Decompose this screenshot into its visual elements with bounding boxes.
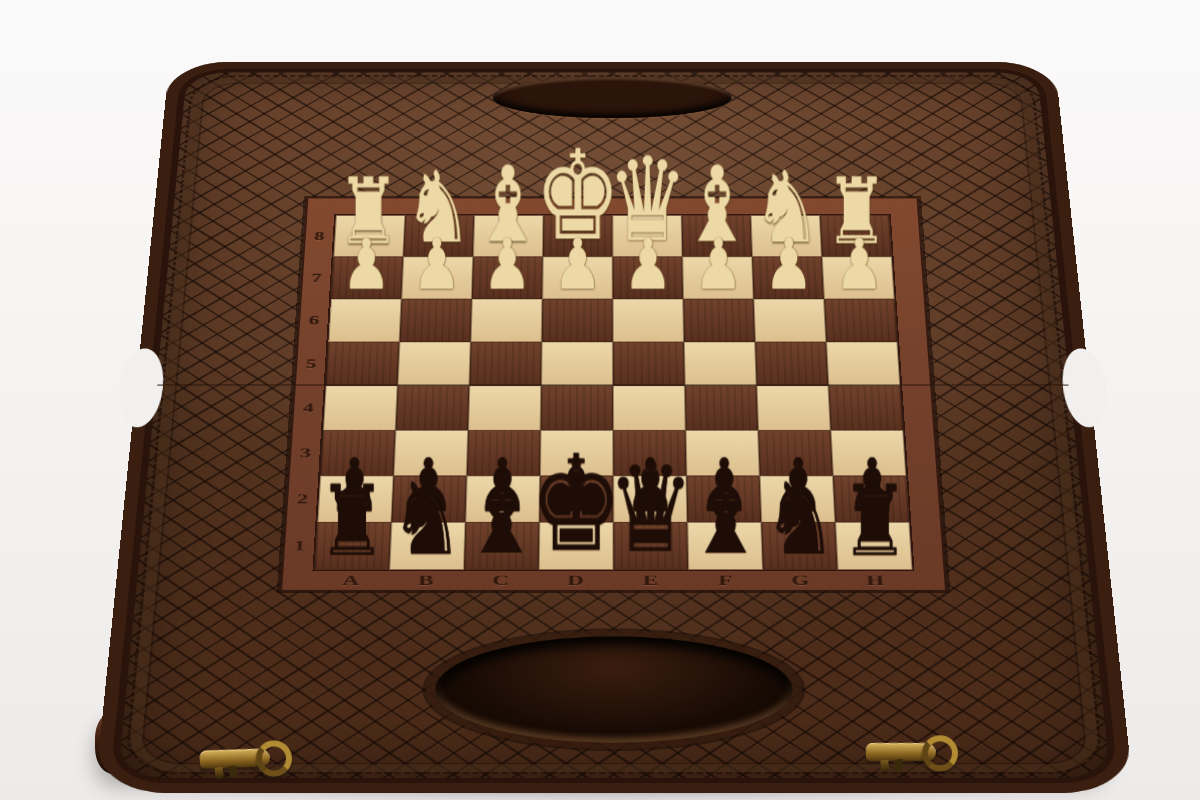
- square-a6[interactable]: [328, 299, 401, 342]
- carry-handle-cutout: [433, 636, 794, 742]
- square-c6[interactable]: [471, 299, 543, 342]
- square-d6[interactable]: [542, 299, 613, 342]
- piece-dark-knight-g1[interactable]: ♞: [763, 467, 837, 568]
- board-photo: 87654321 ABCDEFGH ♜♞♝♚♛♝♞♜♟♟♟♟♟♟♟♟♟♟♟♟♟♟…: [0, 0, 1200, 800]
- square-d1[interactable]: ♚: [539, 522, 614, 569]
- right-waist-notch: [1059, 349, 1111, 428]
- square-d7[interactable]: ♟: [542, 257, 612, 299]
- far-handle-slot: [492, 77, 732, 118]
- square-b1[interactable]: ♞: [389, 522, 465, 569]
- square-c1[interactable]: ♝: [464, 522, 539, 569]
- rank-label-6: 6: [297, 299, 331, 342]
- piece-light-pawn-f7[interactable]: ♟: [694, 230, 743, 297]
- square-g5[interactable]: [755, 342, 828, 386]
- square-a7[interactable]: ♟: [331, 257, 403, 299]
- square-a1[interactable]: ♜: [315, 522, 392, 569]
- piece-light-pawn-e7[interactable]: ♟: [623, 230, 672, 297]
- piece-light-pawn-h7[interactable]: ♟: [835, 230, 884, 297]
- square-h5[interactable]: [826, 342, 900, 386]
- rank-label-4: 4: [291, 386, 326, 431]
- square-f5[interactable]: [684, 342, 757, 386]
- file-label-e: E: [613, 570, 688, 591]
- square-c5[interactable]: [469, 342, 541, 386]
- square-a4[interactable]: [323, 386, 398, 431]
- square-e5[interactable]: [613, 342, 685, 386]
- square-h7[interactable]: ♟: [822, 257, 895, 299]
- piece-light-pawn-a7[interactable]: ♟: [342, 230, 391, 297]
- file-label-h: H: [838, 570, 914, 591]
- square-b7[interactable]: ♟: [401, 257, 473, 299]
- square-g1[interactable]: ♞: [761, 522, 837, 569]
- file-label-f: F: [688, 570, 763, 591]
- square-c4[interactable]: [468, 386, 541, 431]
- rank-label-8: 8: [303, 215, 337, 256]
- rank-label-7: 7: [300, 257, 334, 299]
- square-b4[interactable]: [396, 386, 470, 431]
- piece-dark-queen-e1[interactable]: ♛: [607, 449, 694, 567]
- square-g4[interactable]: [757, 386, 831, 431]
- playing-area: 87654321 ABCDEFGH ♜♞♝♚♛♝♞♜♟♟♟♟♟♟♟♟♟♟♟♟♟♟…: [280, 197, 947, 591]
- file-labels: ABCDEFGH: [313, 570, 913, 591]
- square-a5[interactable]: [326, 342, 400, 386]
- piece-light-pawn-c7[interactable]: ♟: [482, 230, 531, 297]
- square-e4[interactable]: [613, 386, 686, 431]
- square-f7[interactable]: ♟: [682, 257, 753, 299]
- square-b5[interactable]: [398, 342, 471, 386]
- latch-scroll-icon: [921, 734, 959, 772]
- brass-latch-right: [865, 731, 968, 778]
- square-f6[interactable]: [683, 299, 755, 342]
- latch-scroll-icon: [254, 739, 294, 779]
- file-label-g: G: [763, 570, 839, 591]
- square-d5[interactable]: [541, 342, 613, 386]
- latch-tooth: [215, 767, 224, 780]
- piece-light-pawn-g7[interactable]: ♟: [764, 230, 813, 297]
- left-waist-notch: [115, 349, 167, 428]
- square-h4[interactable]: [828, 386, 903, 431]
- chess-board-grid: ♜♞♝♚♛♝♞♜♟♟♟♟♟♟♟♟♟♟♟♟♟♟♟♟♜♞♝♚♛♝♞♜: [315, 215, 913, 569]
- square-c7[interactable]: ♟: [472, 257, 543, 299]
- piece-dark-bishop-f1[interactable]: ♝: [686, 461, 764, 567]
- square-g7[interactable]: ♟: [752, 257, 824, 299]
- square-g6[interactable]: [754, 299, 827, 342]
- square-e7[interactable]: ♟: [613, 257, 684, 299]
- chess-case: 87654321 ABCDEFGH ♜♞♝♚♛♝♞♜♟♟♟♟♟♟♟♟♟♟♟♟♟♟…: [95, 62, 1134, 793]
- square-f1[interactable]: ♝: [687, 522, 763, 569]
- square-e6[interactable]: [613, 299, 684, 342]
- square-h1[interactable]: ♜: [835, 522, 912, 569]
- square-h6[interactable]: [824, 299, 897, 342]
- file-label-b: B: [388, 570, 464, 591]
- latch-tooth: [880, 760, 889, 773]
- rank-label-5: 5: [294, 342, 329, 386]
- square-d4[interactable]: [541, 386, 614, 431]
- piece-dark-knight-b1[interactable]: ♞: [390, 467, 464, 568]
- file-label-c: C: [463, 570, 538, 591]
- file-label-a: A: [313, 570, 389, 591]
- rank-label-2: 2: [285, 476, 321, 522]
- square-e1[interactable]: ♛: [613, 522, 688, 569]
- piece-light-pawn-d7[interactable]: ♟: [553, 230, 602, 297]
- piece-dark-rook-a1[interactable]: ♜: [318, 475, 386, 568]
- rank-label-1: 1: [281, 522, 317, 569]
- piece-dark-rook-h1[interactable]: ♜: [841, 475, 909, 568]
- piece-light-pawn-b7[interactable]: ♟: [412, 230, 461, 297]
- square-f4[interactable]: [685, 386, 758, 431]
- square-b6[interactable]: [400, 299, 472, 342]
- file-label-d: D: [538, 570, 613, 591]
- perspective-scene: 87654321 ABCDEFGH ♜♞♝♚♛♝♞♜♟♟♟♟♟♟♟♟♟♟♟♟♟♟…: [0, 0, 1200, 800]
